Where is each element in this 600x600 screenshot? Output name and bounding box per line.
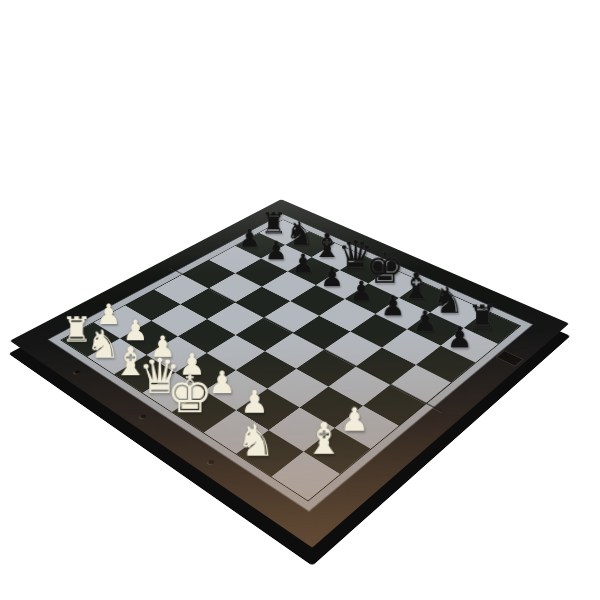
- screw-icon: [207, 459, 215, 465]
- white-bishop-h2[interactable]: ♝: [304, 417, 343, 461]
- black-pawn-f7[interactable]: ♟: [380, 293, 405, 321]
- silver-border-strip: ♜♞♝♛♚♝♞♜♟♟♟♟♟♟♟♟♟♟♟♟♟♟♟♝♜♞♝♛♚♞: [47, 214, 533, 512]
- black-pawn-e7[interactable]: ♟: [349, 278, 373, 305]
- black-pawn-c7[interactable]: ♟: [292, 251, 315, 277]
- black-pawn-g7[interactable]: ♟: [413, 308, 438, 336]
- square-f5[interactable]: [324, 331, 382, 366]
- white-knight-g1[interactable]: ♞: [236, 419, 275, 463]
- screw-icon: [73, 370, 81, 375]
- board-frame: ♜♞♝♛♚♝♞♜♟♟♟♟♟♟♟♟♟♟♟♟♟♟♟♝♜♞♝♛♚♞: [10, 199, 569, 547]
- black-pawn-b7[interactable]: ♟: [265, 239, 288, 264]
- board-grid: ♜♞♝♛♚♝♞♜♟♟♟♟♟♟♟♟♟♟♟♟♟♟♟♝♜♞♝♛♚♞: [60, 219, 521, 501]
- black-knight-b8[interactable]: ♞: [286, 217, 315, 250]
- black-pawn-d7[interactable]: ♟: [320, 264, 344, 290]
- latch-clasp: [496, 350, 524, 366]
- white-king-e1[interactable]: ♚: [167, 368, 214, 420]
- black-rook-a8[interactable]: ♜: [261, 208, 287, 237]
- white-pawn-f2[interactable]: ♟: [241, 387, 269, 418]
- black-pawn-a7[interactable]: ♟: [239, 226, 261, 251]
- black-pawn-h7[interactable]: ♟: [446, 324, 472, 353]
- chess-board-3d: ♜♞♝♛♚♝♞♜♟♟♟♟♟♟♟♟♟♟♟♟♟♟♟♝♜♞♝♛♚♞: [10, 199, 569, 547]
- product-photo: ♜♞♝♛♚♝♞♜♟♟♟♟♟♟♟♟♟♟♟♟♟♟♟♝♜♞♝♛♚♞: [0, 0, 600, 600]
- white-pawn-h3[interactable]: ♟: [340, 404, 369, 436]
- screw-icon: [139, 414, 147, 419]
